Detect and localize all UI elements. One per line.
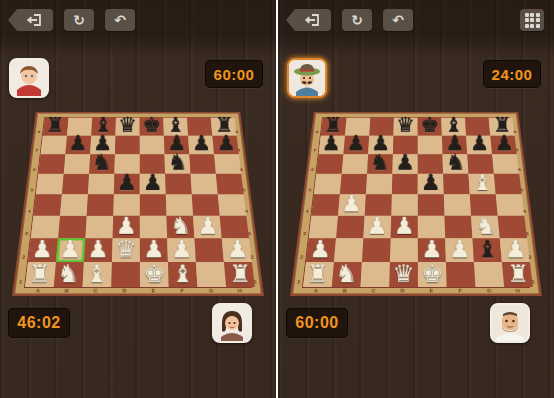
grid-3x3-icon [525, 13, 540, 28]
black-pawn-d6: ♟ [392, 152, 417, 173]
square-c4[interactable] [87, 194, 114, 215]
square-a8[interactable]: ♜ [321, 118, 347, 136]
white-pawn-d3: ♟ [391, 214, 418, 237]
square-a3[interactable] [309, 216, 338, 239]
black-pawn-c7: ♟ [90, 133, 115, 154]
file-label-C: C [81, 288, 110, 293]
square-c3[interactable]: ♟ [363, 216, 391, 239]
refresh-icon: ↻ [73, 13, 85, 27]
exit-button[interactable] [286, 9, 331, 31]
square-e3[interactable] [418, 216, 445, 239]
undo-button[interactable]: ↶ [105, 9, 135, 31]
square-g5[interactable]: ♝ [468, 174, 495, 194]
black-pawn-c7: ♟ [368, 133, 393, 154]
square-a8[interactable]: ♜ [43, 118, 69, 136]
square-c6[interactable]: ♞ [89, 154, 115, 174]
white-knight-b1: ♞ [54, 261, 83, 286]
square-f4[interactable] [166, 194, 193, 215]
square-d6[interactable]: ♟ [392, 154, 417, 174]
square-g6[interactable] [189, 154, 216, 174]
black-knight-f6: ♞ [443, 152, 468, 173]
square-c2[interactable]: ♟ [84, 238, 113, 262]
right-board-scene: ♜♛♚♝♜♟♟♟♟♟♟♞♟♞♟♝♟♟♟♞♟♟♟♝♟♜♞♛♚♜ ABCDEFGH … [290, 44, 542, 296]
square-a4[interactable] [33, 194, 61, 215]
black-pawn-b7: ♟ [343, 133, 368, 154]
square-c5[interactable] [88, 174, 115, 194]
square-d3[interactable]: ♟ [113, 216, 140, 239]
square-b1[interactable]: ♞ [54, 262, 84, 287]
square-g7[interactable]: ♟ [466, 136, 492, 155]
square-e6[interactable] [140, 154, 165, 174]
white-pawn-b2: ♟ [56, 237, 84, 261]
black-pawn-g7: ♟ [189, 133, 214, 154]
square-c8[interactable] [369, 118, 394, 136]
left-chessboard: ♜♝♛♚♝♜♟♟♟♟♟♞♞♟♟♟♞♟♟♟♟♛♟♟♟♜♞♝♚♝♜ [24, 117, 252, 288]
black-queen-d8: ♛ [115, 115, 139, 135]
apps-grid-button[interactable] [520, 9, 544, 31]
square-g3[interactable]: ♟ [193, 216, 222, 239]
square-b7[interactable]: ♟ [65, 136, 91, 155]
square-b4[interactable]: ♟ [338, 194, 366, 215]
square-a6[interactable] [316, 154, 343, 174]
rank-label-1: 1 [249, 261, 260, 286]
white-pawn-d3: ♟ [113, 214, 140, 237]
square-f1[interactable]: ♝ [168, 262, 198, 287]
square-d1[interactable] [111, 262, 140, 287]
white-knight-b1: ♞ [332, 261, 361, 286]
square-c6[interactable]: ♞ [367, 154, 393, 174]
right-chessboard: ♜♛♚♝♜♟♟♟♟♟♟♞♟♞♟♝♟♟♟♞♟♟♟♝♟♜♞♛♚♜ [302, 117, 530, 288]
square-a5[interactable] [314, 174, 342, 194]
square-f4[interactable] [444, 194, 471, 215]
file-label-F: F [168, 288, 197, 293]
square-g1[interactable] [474, 262, 504, 287]
white-pawn-g3: ♟ [194, 214, 221, 237]
big-man-tank-top-avatar-image [492, 305, 528, 341]
square-b3[interactable] [58, 216, 87, 239]
square-e2[interactable]: ♟ [418, 238, 446, 262]
square-c7[interactable]: ♟ [368, 136, 393, 155]
left-game-panel: ↻ ↶ 60:00 ♜♝♛♚♝♜♟♟♟♟♟♞♞♟♟♟♞♟♟♟♟♛♟♟♟♜♞♝♚♝… [0, 0, 276, 398]
square-c7[interactable]: ♟ [90, 136, 115, 155]
left-board-frame: ♜♝♛♚♝♜♟♟♟♟♟♞♞♟♟♟♞♟♟♟♟♛♟♟♟♜♞♝♚♝♜ ABCDEFGH… [12, 112, 264, 296]
square-d3[interactable]: ♟ [391, 216, 418, 239]
right-bottom-player-avatar [490, 303, 530, 343]
black-knight-c6: ♞ [367, 152, 392, 173]
black-bishop-f8: ♝ [442, 115, 466, 135]
square-c3[interactable] [85, 216, 113, 239]
white-rook-a1: ♜ [303, 261, 332, 286]
file-label-D: D [388, 288, 417, 293]
square-f1[interactable] [446, 262, 476, 287]
rank-label-8: 8 [510, 117, 519, 135]
square-g1[interactable] [196, 262, 226, 287]
black-pawn-a7: ♟ [319, 133, 344, 154]
file-label-H: H [503, 288, 532, 293]
square-b6[interactable] [342, 154, 368, 174]
file-label-H: H [225, 288, 254, 293]
clock-time: 60:00 [295, 314, 338, 332]
rank-label-1: 1 [527, 261, 538, 286]
black-bishop-c8: ♝ [91, 115, 115, 135]
square-e5[interactable]: ♟ [140, 174, 166, 194]
square-d2[interactable] [390, 238, 418, 262]
black-bishop-f8: ♝ [164, 115, 188, 135]
square-g8[interactable] [465, 118, 490, 136]
square-e7[interactable] [140, 136, 165, 155]
black-king-e8: ♚ [418, 115, 442, 135]
white-pawn-a2: ♟ [306, 237, 334, 261]
left-toolbar: ↻ ↶ [8, 9, 135, 31]
square-f5[interactable] [443, 174, 470, 194]
square-a2[interactable]: ♟ [306, 238, 336, 262]
refresh-button[interactable]: ↻ [342, 9, 372, 31]
square-b6[interactable] [64, 154, 90, 174]
square-b8[interactable] [345, 118, 370, 136]
square-e4[interactable] [140, 194, 167, 215]
square-c4[interactable] [365, 194, 392, 215]
file-label-E: E [139, 288, 168, 293]
rank-label-8: 8 [232, 117, 241, 135]
square-g2[interactable] [194, 238, 223, 262]
square-e2[interactable]: ♟ [140, 238, 168, 262]
undo-icon: ↶ [114, 13, 126, 27]
square-d2[interactable]: ♛ [112, 238, 140, 262]
square-c2[interactable] [362, 238, 391, 262]
square-e6[interactable] [418, 154, 443, 174]
black-pawn-e5: ♟ [418, 172, 444, 194]
square-a1[interactable]: ♜ [303, 262, 334, 287]
black-pawn-d5: ♟ [114, 172, 140, 194]
undo-icon: ↶ [392, 13, 404, 27]
square-b5[interactable] [62, 174, 89, 194]
square-f7[interactable]: ♟ [164, 136, 189, 155]
square-g8[interactable] [187, 118, 212, 136]
refresh-icon: ↻ [351, 13, 363, 27]
square-f8[interactable]: ♝ [441, 118, 466, 136]
file-label-B: B [330, 288, 359, 293]
left-bottom-player-clock: 46:02 [8, 308, 70, 338]
square-a4[interactable] [311, 194, 339, 215]
square-d5[interactable]: ♟ [114, 174, 140, 194]
rank-label-7: 7 [512, 135, 521, 154]
clock-time: 46:02 [17, 314, 60, 332]
white-knight-f3: ♞ [167, 214, 194, 237]
square-e1[interactable]: ♚ [140, 262, 169, 287]
file-label-G: G [197, 288, 226, 293]
woman-brown-bob-avatar-image [214, 305, 250, 341]
file-label-C: C [359, 288, 388, 293]
file-label-E: E [417, 288, 446, 293]
square-d4[interactable] [113, 194, 140, 215]
file-label-G: G [475, 288, 504, 293]
black-pawn-f7: ♟ [164, 133, 189, 154]
square-f7[interactable]: ♟ [442, 136, 467, 155]
square-g6[interactable] [467, 154, 494, 174]
square-d7[interactable] [393, 136, 418, 155]
rank-label-7: 7 [234, 135, 243, 154]
file-label-A: A [23, 288, 52, 293]
white-pawn-f2: ♟ [168, 237, 196, 261]
black-knight-f6: ♞ [165, 152, 190, 173]
square-f2[interactable]: ♟ [445, 238, 474, 262]
square-d8[interactable]: ♛ [115, 118, 139, 136]
square-d8[interactable]: ♛ [393, 118, 417, 136]
right-bottom-player-clock: 60:00 [286, 308, 348, 338]
white-bishop-g5: ♝ [470, 172, 496, 194]
square-b2[interactable] [334, 238, 363, 262]
white-pawn-e2: ♟ [418, 237, 446, 261]
square-d4[interactable] [391, 194, 418, 215]
exit-button[interactable] [8, 9, 53, 31]
white-queen-d2: ♛ [112, 237, 140, 261]
black-rook-a8: ♜ [321, 115, 345, 135]
white-knight-g3: ♞ [472, 214, 499, 237]
square-a7[interactable] [41, 136, 67, 155]
square-e4[interactable] [418, 194, 445, 215]
square-f6[interactable]: ♞ [164, 154, 190, 174]
white-king-e1: ♚ [140, 261, 169, 286]
square-d5[interactable] [392, 174, 418, 194]
black-rook-a8: ♜ [43, 115, 67, 135]
right-toolbar: ↻ ↶ [286, 9, 413, 31]
chess-app-screens: ↻ ↶ 60:00 ♜♝♛♚♝♜♟♟♟♟♟♞♞♟♟♟♞♟♟♟♟♛♟♟♟♜♞♝♚♝… [0, 0, 554, 398]
square-e8[interactable]: ♚ [418, 118, 442, 136]
square-e8[interactable]: ♚ [140, 118, 164, 136]
square-a7[interactable]: ♟ [319, 136, 345, 155]
square-g7[interactable]: ♟ [188, 136, 214, 155]
square-f3[interactable] [444, 216, 472, 239]
square-f6[interactable]: ♞ [442, 154, 468, 174]
square-f8[interactable]: ♝ [163, 118, 188, 136]
black-bishop-g2: ♝ [474, 237, 502, 261]
white-pawn-f2: ♟ [446, 237, 474, 261]
black-pawn-e5: ♟ [140, 172, 166, 194]
black-king-e8: ♚ [140, 115, 164, 135]
file-labels: ABCDEFGH [23, 288, 254, 293]
square-d6[interactable] [114, 154, 139, 174]
white-pawn-c3: ♟ [363, 214, 390, 237]
left-board-scene: ♜♝♛♚♝♜♟♟♟♟♟♞♞♟♟♟♞♟♟♟♟♛♟♟♟♜♞♝♚♝♜ ABCDEFGH… [12, 44, 264, 296]
square-c1[interactable]: ♝ [83, 262, 112, 287]
square-e3[interactable] [140, 216, 167, 239]
black-queen-d8: ♛ [393, 115, 417, 135]
square-e7[interactable] [418, 136, 443, 155]
black-pawn-b7: ♟ [65, 133, 90, 154]
square-c1[interactable] [361, 262, 390, 287]
white-pawn-a2: ♟ [28, 237, 56, 261]
file-label-B: B [52, 288, 81, 293]
white-bishop-f1: ♝ [169, 261, 198, 286]
white-rook-a1: ♜ [25, 261, 54, 286]
square-b2[interactable]: ♟ [56, 238, 85, 262]
square-a6[interactable] [38, 154, 65, 174]
square-b1[interactable]: ♞ [332, 262, 362, 287]
white-king-e1: ♚ [418, 261, 447, 286]
square-b4[interactable] [60, 194, 88, 215]
square-d7[interactable] [115, 136, 140, 155]
square-f3[interactable]: ♞ [166, 216, 194, 239]
square-b7[interactable]: ♟ [343, 136, 369, 155]
square-a2[interactable]: ♟ [28, 238, 58, 262]
white-pawn-b4: ♟ [338, 192, 365, 215]
left-bottom-player-avatar [212, 303, 252, 343]
white-pawn-c2: ♟ [84, 237, 112, 261]
right-game-panel: ↻ ↶ 24:00 [278, 0, 554, 398]
square-d1[interactable]: ♛ [389, 262, 418, 287]
square-g3[interactable]: ♞ [471, 216, 500, 239]
exit-door-arrow-icon [304, 13, 320, 27]
square-b5[interactable] [340, 174, 367, 194]
square-a1[interactable]: ♜ [25, 262, 56, 287]
square-e1[interactable]: ♚ [418, 262, 447, 287]
square-g5[interactable] [190, 174, 217, 194]
square-f5[interactable] [165, 174, 192, 194]
black-knight-c6: ♞ [89, 152, 114, 173]
square-e5[interactable]: ♟ [418, 174, 444, 194]
right-board-frame: ♜♛♚♝♜♟♟♟♟♟♟♞♟♞♟♝♟♟♟♞♟♟♟♝♟♜♞♛♚♜ ABCDEFGH … [290, 112, 542, 296]
black-pawn-f7: ♟ [442, 133, 467, 154]
white-queen-d1: ♛ [389, 261, 418, 286]
square-b8[interactable] [67, 118, 92, 136]
white-pawn-e2: ♟ [140, 237, 168, 261]
square-c5[interactable] [366, 174, 393, 194]
file-label-A: A [301, 288, 330, 293]
undo-button[interactable]: ↶ [383, 9, 413, 31]
square-f2[interactable]: ♟ [167, 238, 196, 262]
square-c8[interactable]: ♝ [91, 118, 116, 136]
refresh-button[interactable]: ↻ [64, 9, 94, 31]
square-g2[interactable]: ♝ [472, 238, 501, 262]
white-bishop-c1: ♝ [83, 261, 112, 286]
square-g4[interactable] [470, 194, 498, 215]
square-g4[interactable] [192, 194, 220, 215]
file-labels: ABCDEFGH [301, 288, 532, 293]
square-a3[interactable] [31, 216, 60, 239]
exit-door-arrow-icon [26, 13, 42, 27]
black-pawn-g7: ♟ [467, 133, 492, 154]
file-label-F: F [446, 288, 475, 293]
file-label-D: D [110, 288, 139, 293]
square-a5[interactable] [36, 174, 64, 194]
square-b3[interactable] [336, 216, 365, 239]
